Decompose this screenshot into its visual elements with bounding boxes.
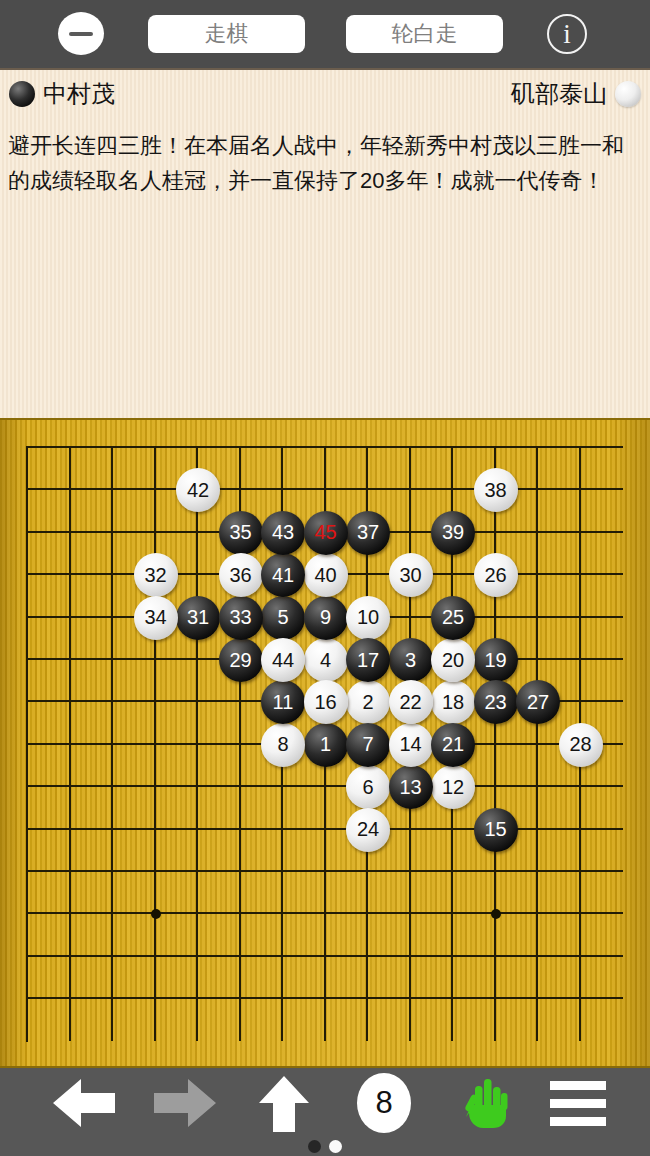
stone-40: 40 [304,553,348,597]
black-player-name: 中村茂 [43,78,115,110]
black-player: 中村茂 [9,78,115,110]
stone-5: 5 [261,596,305,640]
minimize-button[interactable] [58,12,104,55]
stone-37: 37 [346,511,390,555]
stone-45: 45 [304,511,348,555]
stone-43: 43 [261,511,305,555]
stone-4: 4 [304,638,348,682]
stone-1: 1 [304,723,348,767]
page-dot[interactable] [329,1140,342,1153]
stone-23: 23 [474,680,518,724]
stone-36: 36 [219,553,263,597]
stone-20: 20 [431,638,475,682]
stone-44: 44 [261,638,305,682]
forward-arrow-button[interactable] [154,1079,216,1127]
stone-8: 8 [261,723,305,767]
white-stone-icon [615,81,641,107]
white-player: 矶部泰山 [511,78,641,110]
stone-22: 22 [389,680,433,724]
stone-6: 6 [346,765,390,809]
star-point [491,909,501,919]
stone-33: 33 [219,596,263,640]
star-point [151,909,161,919]
stone-16: 16 [304,680,348,724]
stone-3: 3 [389,638,433,682]
menu-button[interactable] [550,1081,606,1126]
white-player-name: 矶部泰山 [511,78,607,110]
stone-41: 41 [261,553,305,597]
stone-21: 21 [431,723,475,767]
black-stone-icon [9,81,35,107]
stone-39: 39 [431,511,475,555]
stone-12: 12 [431,765,475,809]
stone-14: 14 [389,723,433,767]
page-dots [0,1140,650,1153]
move-button[interactable]: 走棋 [148,15,305,53]
gomoku-board[interactable]: 1234567891011121314151617181920212223242… [0,418,650,1068]
stone-34: 34 [134,596,178,640]
stone-19: 19 [474,638,518,682]
stone-25: 25 [431,596,475,640]
top-toolbar: 走棋 轮白走 i [0,0,650,68]
stone-35: 35 [219,511,263,555]
stone-15: 15 [474,808,518,852]
stone-28: 28 [559,723,603,767]
move-counter-button[interactable]: 8 [357,1073,411,1133]
stone-24: 24 [346,808,390,852]
page-dot-active[interactable] [308,1140,321,1153]
stone-29: 29 [219,638,263,682]
stone-38: 38 [474,468,518,512]
stone-17: 17 [346,638,390,682]
stone-13: 13 [389,765,433,809]
player-bar: 中村茂 矶部泰山 [0,68,650,118]
turn-indicator-button[interactable]: 轮白走 [346,15,503,53]
move-counter-value: 8 [375,1085,392,1121]
gomoku-app: 走棋 轮白走 i 中村茂 矶部泰山 避开长连四三胜！在本届名人战中，年轻新秀中村… [0,0,650,1156]
stone-7: 7 [346,723,390,767]
bottom-toolbar: 8 [0,1068,650,1156]
up-arrow-button[interactable] [259,1076,309,1132]
info-icon[interactable]: i [547,14,587,54]
stone-31: 31 [176,596,220,640]
stone-10: 10 [346,596,390,640]
stone-9: 9 [304,596,348,640]
minus-icon [69,32,93,36]
stone-26: 26 [474,553,518,597]
hand-tool-button[interactable] [460,1077,510,1129]
stone-32: 32 [134,553,178,597]
stone-30: 30 [389,553,433,597]
back-arrow-button[interactable] [53,1079,115,1127]
puzzle-description: 避开长连四三胜！在本届名人战中，年轻新秀中村茂以三胜一和的成绩轻取名人桂冠，并一… [0,118,650,418]
